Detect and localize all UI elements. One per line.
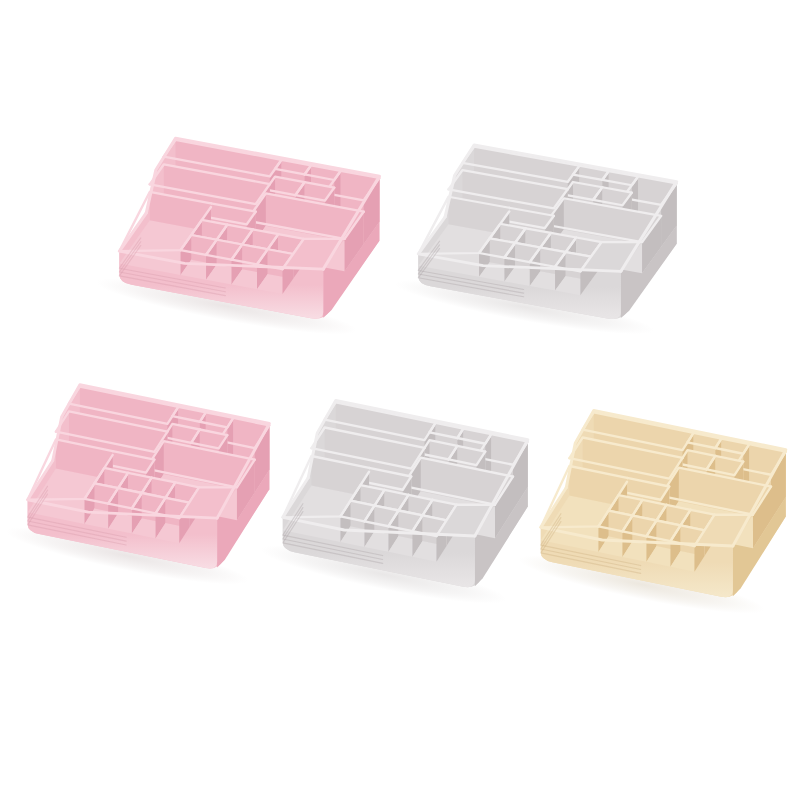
organizer-pink-bottom-left <box>18 348 308 580</box>
organizer-illustration <box>109 102 421 330</box>
organizer-illustration <box>531 373 800 609</box>
photo-stage <box>0 0 800 800</box>
organizer-pink-top-left <box>109 102 421 330</box>
organizer-gray-top-right <box>408 110 718 330</box>
organizer-illustration <box>408 110 718 330</box>
organizer-illustration <box>18 348 308 580</box>
organizer-khaki-bottom-right <box>531 373 800 609</box>
